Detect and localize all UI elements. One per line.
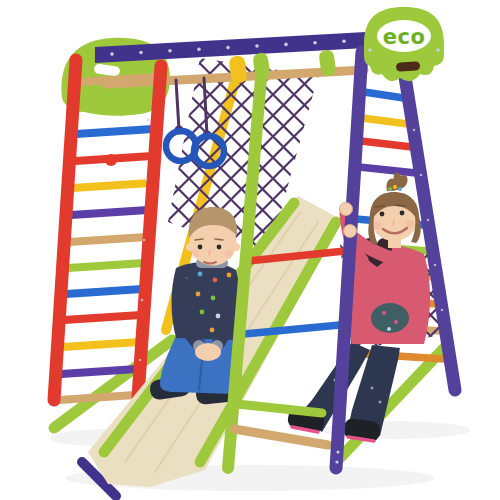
boy-eye (198, 245, 203, 250)
rung (59, 395, 135, 400)
rung (78, 103, 155, 108)
rail-screw (336, 450, 339, 453)
eco-label: eco (383, 25, 426, 49)
rung (68, 263, 144, 268)
ring-strap (176, 80, 179, 130)
boy-eye (217, 245, 222, 250)
girl-eye (380, 212, 385, 217)
rung (73, 183, 150, 188)
rung (359, 167, 416, 173)
rung (71, 210, 148, 215)
rung (69, 237, 146, 242)
rung (362, 118, 408, 124)
boy-hands (195, 343, 221, 361)
rail-screw (335, 460, 338, 463)
red-peg (105, 154, 117, 166)
boy (149, 207, 242, 405)
photo-stage: eco (0, 0, 500, 500)
rung (76, 129, 153, 134)
climbing-frame-scene: eco (0, 0, 500, 500)
girl-eye (400, 211, 405, 216)
rung (80, 77, 157, 82)
rung (66, 289, 142, 294)
eco-badge: eco (364, 7, 444, 81)
badge-handle-hole (396, 61, 421, 72)
rung (364, 92, 404, 98)
rung (63, 342, 139, 347)
rung (61, 369, 137, 374)
rung (361, 141, 412, 147)
rung (64, 315, 141, 320)
